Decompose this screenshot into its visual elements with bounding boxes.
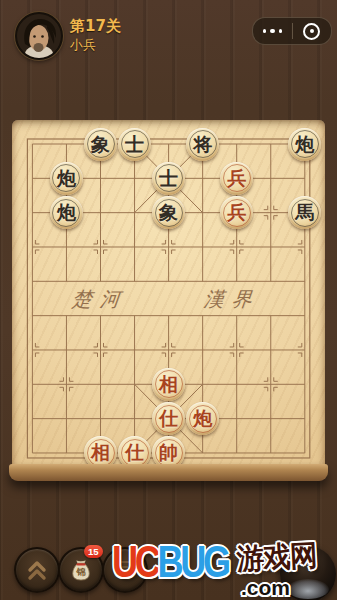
- scroll-icon: [113, 558, 137, 582]
- avatar: [15, 12, 63, 60]
- piece-char: 馬: [295, 203, 314, 222]
- miniprogram-capsule: [252, 17, 332, 45]
- app-screen: 第17关 小兵 楚河 漢界 象士将炮炮士兵炮象兵馬相仕炮相仕帥 锦 15: [0, 0, 337, 600]
- piece-char: 炮: [193, 409, 212, 428]
- target-circle-icon: [303, 23, 320, 40]
- piece-char: 帥: [159, 443, 178, 462]
- chevrons-up-icon: [23, 556, 51, 584]
- piece-red-pawn[interactable]: 兵: [220, 162, 253, 195]
- piece-black-cannon[interactable]: 炮: [50, 162, 83, 195]
- scroll-button[interactable]: [102, 547, 148, 593]
- more-dots-icon: [263, 29, 283, 34]
- piece-black-elephant[interactable]: 象: [84, 128, 117, 161]
- money-bag-icon: 锦: [68, 557, 94, 583]
- dark-sphere-decoration: [280, 546, 336, 600]
- piece-char: 将: [193, 135, 212, 154]
- close-button[interactable]: [293, 18, 332, 44]
- piece-black-cannon[interactable]: 炮: [288, 128, 321, 161]
- piece-char: 相: [159, 375, 178, 394]
- board-front-edge: [9, 464, 328, 481]
- river-label-left: 楚河: [59, 286, 142, 313]
- piece-char: 炮: [295, 135, 314, 154]
- piece-char: 炮: [57, 169, 76, 188]
- level-title: 第17关: [70, 17, 121, 36]
- piece-char: 相: [91, 443, 110, 462]
- piece-red-advisor[interactable]: 仕: [152, 402, 185, 435]
- piece-red-elephant[interactable]: 相: [152, 368, 185, 401]
- river-label-right: 漢界: [191, 286, 274, 313]
- piece-black-advisor[interactable]: 士: [118, 128, 151, 161]
- xiangqi-board[interactable]: 楚河 漢界 象士将炮炮士兵炮象兵馬相仕炮相仕帥: [12, 120, 325, 466]
- piece-char: 炮: [57, 203, 76, 222]
- svg-text:锦: 锦: [75, 566, 86, 577]
- piece-black-general[interactable]: 将: [186, 128, 219, 161]
- expand-button[interactable]: [14, 547, 60, 593]
- avatar-portrait: [17, 14, 61, 58]
- piece-char: 仕: [125, 443, 144, 462]
- piece-char: 象: [91, 135, 110, 154]
- piece-char: 士: [159, 169, 178, 188]
- piece-char: 兵: [227, 169, 246, 188]
- hint-count-badge: 15: [84, 545, 103, 558]
- piece-char: 象: [159, 203, 178, 222]
- piece-char: 兵: [227, 203, 246, 222]
- piece-char: 士: [125, 135, 144, 154]
- level-subtitle: 小兵: [70, 36, 96, 54]
- more-button[interactable]: [253, 18, 292, 44]
- piece-black-advisor[interactable]: 士: [152, 162, 185, 195]
- piece-char: 仕: [159, 409, 178, 428]
- piece-black-cannon[interactable]: 炮: [50, 196, 83, 229]
